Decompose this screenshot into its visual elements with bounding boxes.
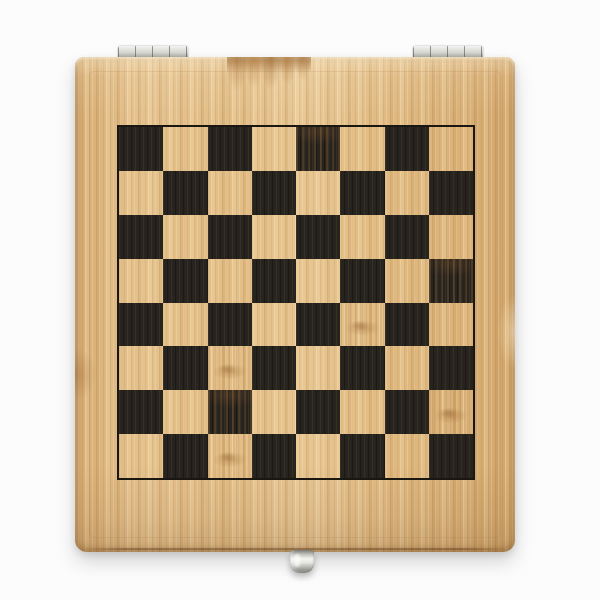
square-g2[interactable] <box>385 390 429 434</box>
square-b5[interactable] <box>163 259 207 303</box>
square-d7[interactable] <box>252 171 296 215</box>
square-b6[interactable] <box>163 215 207 259</box>
square-g3[interactable] <box>385 346 429 390</box>
square-e1[interactable] <box>296 434 340 478</box>
square-a1[interactable] <box>119 434 163 478</box>
square-d5[interactable] <box>252 259 296 303</box>
square-g7[interactable] <box>385 171 429 215</box>
square-c1[interactable] <box>208 434 252 478</box>
metal-clasp <box>290 550 314 573</box>
square-g6[interactable] <box>385 215 429 259</box>
wood-knot <box>208 434 252 478</box>
square-d6[interactable] <box>252 215 296 259</box>
square-e6[interactable] <box>296 215 340 259</box>
bamboo-box-lid <box>75 57 515 552</box>
square-c6[interactable] <box>208 215 252 259</box>
square-f1[interactable] <box>340 434 384 478</box>
chess-board <box>117 125 475 480</box>
square-a5[interactable] <box>119 259 163 303</box>
square-e5[interactable] <box>296 259 340 303</box>
square-h1[interactable] <box>429 434 473 478</box>
square-f7[interactable] <box>340 171 384 215</box>
square-f3[interactable] <box>340 346 384 390</box>
square-b1[interactable] <box>163 434 207 478</box>
square-a7[interactable] <box>119 171 163 215</box>
square-g5[interactable] <box>385 259 429 303</box>
square-a2[interactable] <box>119 390 163 434</box>
square-h4[interactable] <box>429 303 473 347</box>
square-c2[interactable] <box>208 390 252 434</box>
square-h6[interactable] <box>429 215 473 259</box>
square-e8[interactable] <box>296 127 340 171</box>
square-d3[interactable] <box>252 346 296 390</box>
square-b2[interactable] <box>163 390 207 434</box>
square-b4[interactable] <box>163 303 207 347</box>
wood-knot-top <box>227 57 311 105</box>
square-h8[interactable] <box>429 127 473 171</box>
square-b8[interactable] <box>163 127 207 171</box>
square-g4[interactable] <box>385 303 429 347</box>
square-h5[interactable] <box>429 259 473 303</box>
square-d4[interactable] <box>252 303 296 347</box>
square-b3[interactable] <box>163 346 207 390</box>
square-e7[interactable] <box>296 171 340 215</box>
square-f4[interactable] <box>340 303 384 347</box>
square-e3[interactable] <box>296 346 340 390</box>
wood-knot <box>429 390 473 434</box>
square-c5[interactable] <box>208 259 252 303</box>
square-g8[interactable] <box>385 127 429 171</box>
chess-box-product-photo <box>0 0 600 600</box>
square-f2[interactable] <box>340 390 384 434</box>
square-h2[interactable] <box>429 390 473 434</box>
square-a6[interactable] <box>119 215 163 259</box>
wood-knot <box>208 346 252 390</box>
square-g1[interactable] <box>385 434 429 478</box>
square-f8[interactable] <box>340 127 384 171</box>
square-h7[interactable] <box>429 171 473 215</box>
square-c7[interactable] <box>208 171 252 215</box>
wood-sheen-right <box>485 282 515 382</box>
wood-knot-left <box>75 335 117 413</box>
square-c4[interactable] <box>208 303 252 347</box>
square-a4[interactable] <box>119 303 163 347</box>
square-f6[interactable] <box>340 215 384 259</box>
square-d8[interactable] <box>252 127 296 171</box>
square-f5[interactable] <box>340 259 384 303</box>
square-c3[interactable] <box>208 346 252 390</box>
square-h3[interactable] <box>429 346 473 390</box>
square-d1[interactable] <box>252 434 296 478</box>
square-a3[interactable] <box>119 346 163 390</box>
square-b7[interactable] <box>163 171 207 215</box>
wood-knot <box>340 303 384 347</box>
square-e2[interactable] <box>296 390 340 434</box>
square-c8[interactable] <box>208 127 252 171</box>
square-d2[interactable] <box>252 390 296 434</box>
square-a8[interactable] <box>119 127 163 171</box>
square-e4[interactable] <box>296 303 340 347</box>
